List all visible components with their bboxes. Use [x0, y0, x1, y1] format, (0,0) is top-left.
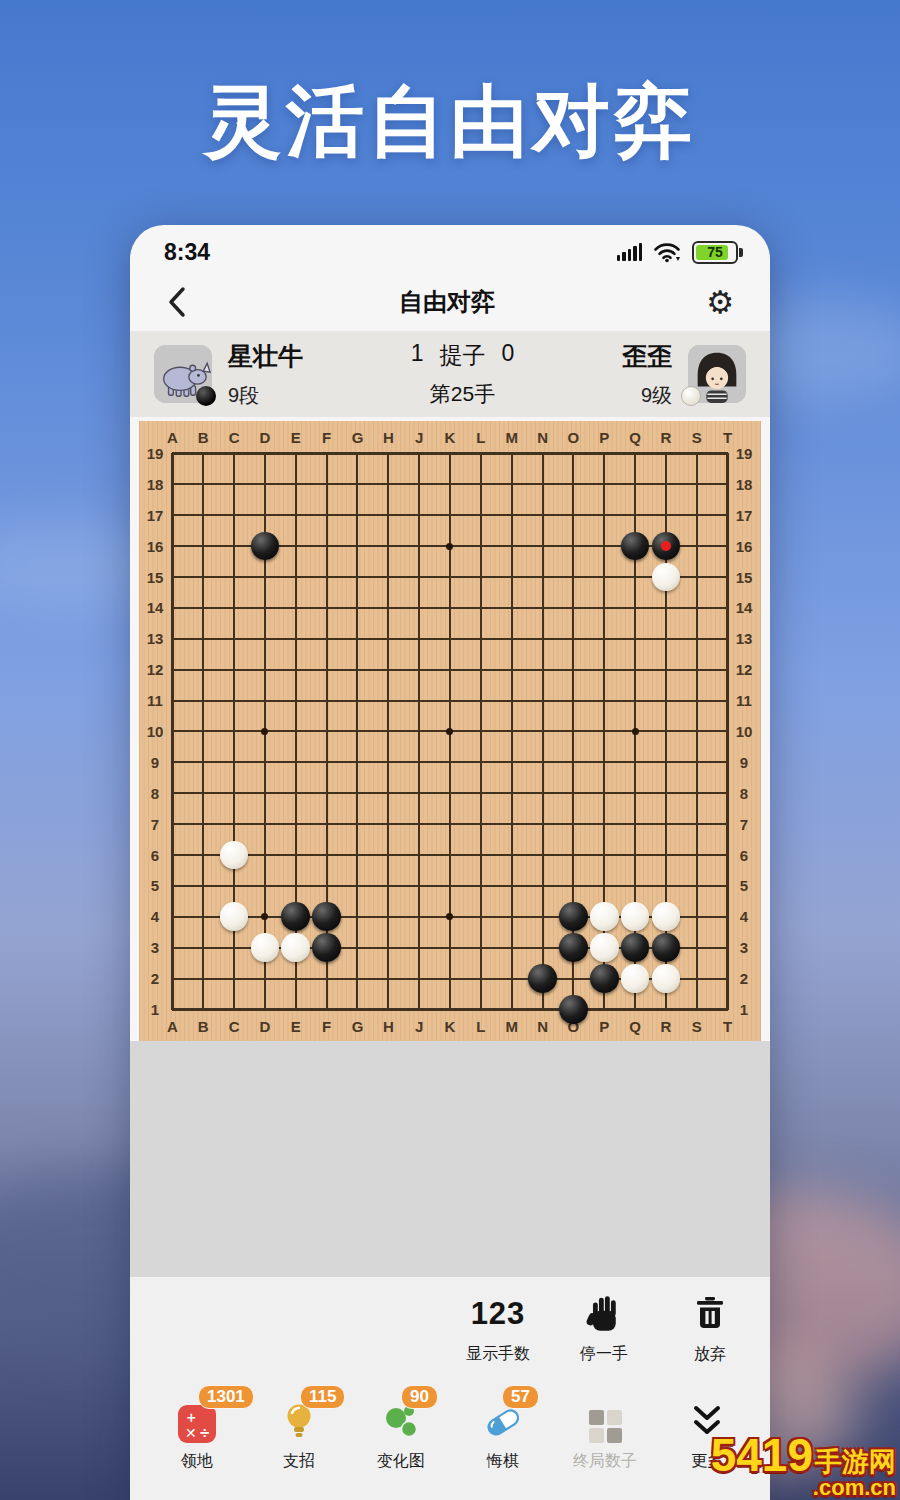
board-cell-E12[interactable] — [280, 654, 311, 685]
board-cell-L3[interactable] — [465, 932, 496, 963]
board-cell-K14[interactable] — [435, 592, 466, 623]
board-cell-K10[interactable] — [435, 716, 466, 747]
show-move-numbers-button[interactable]: 123 显示手数 — [448, 1291, 548, 1365]
board-cell-F12[interactable] — [311, 654, 342, 685]
board-cell-E7[interactable] — [280, 809, 311, 840]
board-cell-C3[interactable] — [219, 932, 250, 963]
board-cell-S19[interactable] — [681, 438, 712, 469]
territory-button[interactable]: ＋ ✕ ÷ 1301 领地 — [160, 1399, 234, 1472]
board-cell-H5[interactable] — [373, 871, 404, 902]
board-cell-S9[interactable] — [681, 747, 712, 778]
board-cell-N8[interactable] — [527, 778, 558, 809]
board-cell-A19[interactable] — [157, 438, 188, 469]
board-cell-L11[interactable] — [465, 685, 496, 716]
board-cell-F14[interactable] — [311, 592, 342, 623]
board-cell-C19[interactable] — [219, 438, 250, 469]
board-cell-J14[interactable] — [404, 592, 435, 623]
board-cell-K6[interactable] — [435, 840, 466, 871]
board-cell-C8[interactable] — [219, 778, 250, 809]
board-cell-Q12[interactable] — [620, 654, 651, 685]
board-cell-B11[interactable] — [188, 685, 219, 716]
board-cell-L8[interactable] — [465, 778, 496, 809]
board-cell-A12[interactable] — [157, 654, 188, 685]
board-cell-L15[interactable] — [465, 562, 496, 593]
board-cell-B17[interactable] — [188, 500, 219, 531]
board-cell-K12[interactable] — [435, 654, 466, 685]
board-cell-D8[interactable] — [250, 778, 281, 809]
board-cell-A10[interactable] — [157, 716, 188, 747]
board-cell-J10[interactable] — [404, 716, 435, 747]
board-cell-B16[interactable] — [188, 531, 219, 562]
board-cell-K16[interactable] — [435, 531, 466, 562]
board-cell-D10[interactable] — [250, 716, 281, 747]
board-cell-S1[interactable] — [681, 994, 712, 1025]
board-cell-O12[interactable] — [558, 654, 589, 685]
undo-button[interactable]: 57 悔棋 — [466, 1399, 540, 1472]
board-cell-C4[interactable] — [219, 901, 250, 932]
board-cell-P7[interactable] — [589, 809, 620, 840]
board-cell-B8[interactable] — [188, 778, 219, 809]
board-cell-J18[interactable] — [404, 469, 435, 500]
board-cell-G3[interactable] — [342, 932, 373, 963]
board-cell-E9[interactable] — [280, 747, 311, 778]
board-cell-T16[interactable] — [712, 531, 743, 562]
board-cell-K15[interactable] — [435, 562, 466, 593]
board-cell-T19[interactable] — [712, 438, 743, 469]
board-cell-C15[interactable] — [219, 562, 250, 593]
board-cell-J9[interactable] — [404, 747, 435, 778]
board-cell-O16[interactable] — [558, 531, 589, 562]
board-cell-F10[interactable] — [311, 716, 342, 747]
board-cell-J8[interactable] — [404, 778, 435, 809]
board-cell-K13[interactable] — [435, 623, 466, 654]
board-cell-R1[interactable] — [650, 994, 681, 1025]
board-cell-Q16[interactable] — [620, 531, 651, 562]
board-cell-Q5[interactable] — [620, 871, 651, 902]
board-cell-R8[interactable] — [650, 778, 681, 809]
board-cell-L2[interactable] — [465, 963, 496, 994]
board-cell-H17[interactable] — [373, 500, 404, 531]
board-cell-R12[interactable] — [650, 654, 681, 685]
board-cell-C7[interactable] — [219, 809, 250, 840]
board-cell-D2[interactable] — [250, 963, 281, 994]
board-cell-D5[interactable] — [250, 871, 281, 902]
board-cell-A1[interactable] — [157, 994, 188, 1025]
board-cell-F19[interactable] — [311, 438, 342, 469]
board-cell-A16[interactable] — [157, 531, 188, 562]
board-cell-L7[interactable] — [465, 809, 496, 840]
board-cell-T10[interactable] — [712, 716, 743, 747]
board-cell-O10[interactable] — [558, 716, 589, 747]
board-cell-H7[interactable] — [373, 809, 404, 840]
board-cell-M4[interactable] — [496, 901, 527, 932]
board-cell-Q3[interactable] — [620, 932, 651, 963]
board-cell-T13[interactable] — [712, 623, 743, 654]
board-cell-N16[interactable] — [527, 531, 558, 562]
board-cell-G11[interactable] — [342, 685, 373, 716]
board-cell-J17[interactable] — [404, 500, 435, 531]
board-cell-G19[interactable] — [342, 438, 373, 469]
board-cell-H15[interactable] — [373, 562, 404, 593]
board-cell-Q17[interactable] — [620, 500, 651, 531]
board-cell-L1[interactable] — [465, 994, 496, 1025]
board-cell-Q8[interactable] — [620, 778, 651, 809]
board-cell-G17[interactable] — [342, 500, 373, 531]
board-cell-O3[interactable] — [558, 932, 589, 963]
board-cell-H2[interactable] — [373, 963, 404, 994]
pass-button[interactable]: 停一手 — [554, 1291, 654, 1365]
board-cell-C18[interactable] — [219, 469, 250, 500]
board-cell-B12[interactable] — [188, 654, 219, 685]
board-cell-P11[interactable] — [589, 685, 620, 716]
board-cell-J19[interactable] — [404, 438, 435, 469]
board-cell-O5[interactable] — [558, 871, 589, 902]
board-cell-E10[interactable] — [280, 716, 311, 747]
board-cell-B14[interactable] — [188, 592, 219, 623]
board-cell-J11[interactable] — [404, 685, 435, 716]
board-cell-P19[interactable] — [589, 438, 620, 469]
board-cell-F8[interactable] — [311, 778, 342, 809]
board-cell-L6[interactable] — [465, 840, 496, 871]
board-cell-Q9[interactable] — [620, 747, 651, 778]
board-cell-D7[interactable] — [250, 809, 281, 840]
board-cell-H11[interactable] — [373, 685, 404, 716]
board-cell-P4[interactable] — [589, 901, 620, 932]
board-cell-R13[interactable] — [650, 623, 681, 654]
board-cell-L9[interactable] — [465, 747, 496, 778]
board-cell-C14[interactable] — [219, 592, 250, 623]
board-cell-S2[interactable] — [681, 963, 712, 994]
board-cell-D12[interactable] — [250, 654, 281, 685]
board-cell-O13[interactable] — [558, 623, 589, 654]
board-cell-M16[interactable] — [496, 531, 527, 562]
board-cell-D16[interactable] — [250, 531, 281, 562]
board-cell-H18[interactable] — [373, 469, 404, 500]
board-cell-K18[interactable] — [435, 469, 466, 500]
board-cell-N11[interactable] — [527, 685, 558, 716]
board-cell-B19[interactable] — [188, 438, 219, 469]
board-cell-G4[interactable] — [342, 901, 373, 932]
board-cell-N19[interactable] — [527, 438, 558, 469]
board-cell-L18[interactable] — [465, 469, 496, 500]
board-cell-S4[interactable] — [681, 901, 712, 932]
board-cell-S7[interactable] — [681, 809, 712, 840]
board-cell-M8[interactable] — [496, 778, 527, 809]
board-cell-M12[interactable] — [496, 654, 527, 685]
board-cell-M3[interactable] — [496, 932, 527, 963]
board-cell-M19[interactable] — [496, 438, 527, 469]
board-cell-H14[interactable] — [373, 592, 404, 623]
board-cell-N6[interactable] — [527, 840, 558, 871]
board-cell-K17[interactable] — [435, 500, 466, 531]
board-cell-R9[interactable] — [650, 747, 681, 778]
board-cell-N2[interactable] — [527, 963, 558, 994]
board-cell-N18[interactable] — [527, 469, 558, 500]
board-cell-E16[interactable] — [280, 531, 311, 562]
board-cell-P15[interactable] — [589, 562, 620, 593]
board-cell-R11[interactable] — [650, 685, 681, 716]
board-cell-O9[interactable] — [558, 747, 589, 778]
variation-button[interactable]: 90 变化图 — [364, 1399, 438, 1472]
board-cell-P1[interactable] — [589, 994, 620, 1025]
board-cell-S14[interactable] — [681, 592, 712, 623]
board-cell-O15[interactable] — [558, 562, 589, 593]
board-cell-D14[interactable] — [250, 592, 281, 623]
board-cell-T7[interactable] — [712, 809, 743, 840]
board-cell-D17[interactable] — [250, 500, 281, 531]
board-cell-E14[interactable] — [280, 592, 311, 623]
board-cell-H1[interactable] — [373, 994, 404, 1025]
board-cell-C5[interactable] — [219, 871, 250, 902]
board-cell-F7[interactable] — [311, 809, 342, 840]
board-cell-C13[interactable] — [219, 623, 250, 654]
board-cell-B1[interactable] — [188, 994, 219, 1025]
board-cell-B18[interactable] — [188, 469, 219, 500]
board-cell-E3[interactable] — [280, 932, 311, 963]
board-cell-F5[interactable] — [311, 871, 342, 902]
board-cell-P2[interactable] — [589, 963, 620, 994]
board-cell-K11[interactable] — [435, 685, 466, 716]
board-cell-C9[interactable] — [219, 747, 250, 778]
board-cell-P9[interactable] — [589, 747, 620, 778]
board-cell-K5[interactable] — [435, 871, 466, 902]
board-cell-C2[interactable] — [219, 963, 250, 994]
board-cell-O18[interactable] — [558, 469, 589, 500]
board-cell-S17[interactable] — [681, 500, 712, 531]
board-cell-D11[interactable] — [250, 685, 281, 716]
board-cell-M7[interactable] — [496, 809, 527, 840]
board-cell-A18[interactable] — [157, 469, 188, 500]
board-cell-Q18[interactable] — [620, 469, 651, 500]
board-cell-G10[interactable] — [342, 716, 373, 747]
board-cell-L12[interactable] — [465, 654, 496, 685]
board-cell-S3[interactable] — [681, 932, 712, 963]
board-cell-D15[interactable] — [250, 562, 281, 593]
board-cell-R3[interactable] — [650, 932, 681, 963]
board-cell-C10[interactable] — [219, 716, 250, 747]
board-cell-F1[interactable] — [311, 994, 342, 1025]
board-cell-O7[interactable] — [558, 809, 589, 840]
board-cell-T14[interactable] — [712, 592, 743, 623]
board-cell-L10[interactable] — [465, 716, 496, 747]
board-cell-C11[interactable] — [219, 685, 250, 716]
board-cell-M5[interactable] — [496, 871, 527, 902]
resign-button[interactable]: 放弃 — [660, 1291, 760, 1365]
board-cell-N10[interactable] — [527, 716, 558, 747]
board-cell-G14[interactable] — [342, 592, 373, 623]
board-cell-A13[interactable] — [157, 623, 188, 654]
board-cell-O1[interactable] — [558, 994, 589, 1025]
board-cell-D9[interactable] — [250, 747, 281, 778]
board-cell-J16[interactable] — [404, 531, 435, 562]
board-cell-F15[interactable] — [311, 562, 342, 593]
board-cell-A8[interactable] — [157, 778, 188, 809]
board-cell-F3[interactable] — [311, 932, 342, 963]
board-cell-G5[interactable] — [342, 871, 373, 902]
board-cell-H13[interactable] — [373, 623, 404, 654]
board-cell-R6[interactable] — [650, 840, 681, 871]
board-cell-R19[interactable] — [650, 438, 681, 469]
board-cell-R5[interactable] — [650, 871, 681, 902]
board-cell-C6[interactable] — [219, 840, 250, 871]
board-cell-T12[interactable] — [712, 654, 743, 685]
board-cell-B6[interactable] — [188, 840, 219, 871]
board-cell-L19[interactable] — [465, 438, 496, 469]
board-cell-P5[interactable] — [589, 871, 620, 902]
board-cell-A14[interactable] — [157, 592, 188, 623]
board-cell-Q1[interactable] — [620, 994, 651, 1025]
board-cell-T9[interactable] — [712, 747, 743, 778]
board-cell-J13[interactable] — [404, 623, 435, 654]
board-cell-D1[interactable] — [250, 994, 281, 1025]
board-cell-O6[interactable] — [558, 840, 589, 871]
board-cell-N1[interactable] — [527, 994, 558, 1025]
board-cell-F11[interactable] — [311, 685, 342, 716]
board-cell-A2[interactable] — [157, 963, 188, 994]
board-cell-E11[interactable] — [280, 685, 311, 716]
board-cell-F17[interactable] — [311, 500, 342, 531]
board-cell-P6[interactable] — [589, 840, 620, 871]
board-cell-N14[interactable] — [527, 592, 558, 623]
board-cell-M14[interactable] — [496, 592, 527, 623]
board-cell-Q11[interactable] — [620, 685, 651, 716]
board-cell-M17[interactable] — [496, 500, 527, 531]
board-cell-R15[interactable] — [650, 562, 681, 593]
board-cell-N12[interactable] — [527, 654, 558, 685]
board-cell-K1[interactable] — [435, 994, 466, 1025]
board-cell-L4[interactable] — [465, 901, 496, 932]
board-cell-T5[interactable] — [712, 871, 743, 902]
board-cell-B9[interactable] — [188, 747, 219, 778]
board-cell-C16[interactable] — [219, 531, 250, 562]
board-cell-Q4[interactable] — [620, 901, 651, 932]
board-cell-M18[interactable] — [496, 469, 527, 500]
board-cell-O11[interactable] — [558, 685, 589, 716]
board-cell-P10[interactable] — [589, 716, 620, 747]
board-cell-M10[interactable] — [496, 716, 527, 747]
board-cell-D3[interactable] — [250, 932, 281, 963]
board-cell-J7[interactable] — [404, 809, 435, 840]
board-cell-G18[interactable] — [342, 469, 373, 500]
board-cell-O2[interactable] — [558, 963, 589, 994]
board-cell-J1[interactable] — [404, 994, 435, 1025]
board-cell-M11[interactable] — [496, 685, 527, 716]
board-cell-G9[interactable] — [342, 747, 373, 778]
board-cell-L5[interactable] — [465, 871, 496, 902]
board-cell-A9[interactable] — [157, 747, 188, 778]
board-cell-K19[interactable] — [435, 438, 466, 469]
board-cell-L13[interactable] — [465, 623, 496, 654]
board-cell-G1[interactable] — [342, 994, 373, 1025]
board-cell-N13[interactable] — [527, 623, 558, 654]
board-cell-T18[interactable] — [712, 469, 743, 500]
board-cell-O19[interactable] — [558, 438, 589, 469]
board-cell-N4[interactable] — [527, 901, 558, 932]
board-cell-N9[interactable] — [527, 747, 558, 778]
board-cell-P8[interactable] — [589, 778, 620, 809]
board-cell-A7[interactable] — [157, 809, 188, 840]
board-cell-H12[interactable] — [373, 654, 404, 685]
board-cell-N7[interactable] — [527, 809, 558, 840]
board-cell-T11[interactable] — [712, 685, 743, 716]
board-cell-A6[interactable] — [157, 840, 188, 871]
board-cell-T6[interactable] — [712, 840, 743, 871]
board-cell-P13[interactable] — [589, 623, 620, 654]
board-cell-A4[interactable] — [157, 901, 188, 932]
board-cell-M15[interactable] — [496, 562, 527, 593]
board-cell-Q19[interactable] — [620, 438, 651, 469]
board-cell-K2[interactable] — [435, 963, 466, 994]
board-cell-S8[interactable] — [681, 778, 712, 809]
board-cell-D6[interactable] — [250, 840, 281, 871]
board-cell-G7[interactable] — [342, 809, 373, 840]
board-cell-E17[interactable] — [280, 500, 311, 531]
board-cell-N15[interactable] — [527, 562, 558, 593]
board-cell-F6[interactable] — [311, 840, 342, 871]
board-cell-N3[interactable] — [527, 932, 558, 963]
board-cell-J5[interactable] — [404, 871, 435, 902]
board-cell-P18[interactable] — [589, 469, 620, 500]
board-cell-Q14[interactable] — [620, 592, 651, 623]
board-cell-B4[interactable] — [188, 901, 219, 932]
board-cell-M9[interactable] — [496, 747, 527, 778]
board-cell-R10[interactable] — [650, 716, 681, 747]
board-cell-F9[interactable] — [311, 747, 342, 778]
board-cell-K9[interactable] — [435, 747, 466, 778]
board-cell-H4[interactable] — [373, 901, 404, 932]
board-cell-T1[interactable] — [712, 994, 743, 1025]
board-cell-R18[interactable] — [650, 469, 681, 500]
board-cell-K3[interactable] — [435, 932, 466, 963]
board-cell-R2[interactable] — [650, 963, 681, 994]
board-cell-L17[interactable] — [465, 500, 496, 531]
board-cell-E15[interactable] — [280, 562, 311, 593]
board-cell-H16[interactable] — [373, 531, 404, 562]
board-cell-G13[interactable] — [342, 623, 373, 654]
board-cell-A11[interactable] — [157, 685, 188, 716]
board-cell-K7[interactable] — [435, 809, 466, 840]
board-cell-O8[interactable] — [558, 778, 589, 809]
board-cell-P14[interactable] — [589, 592, 620, 623]
board-cell-E6[interactable] — [280, 840, 311, 871]
board-cell-B3[interactable] — [188, 932, 219, 963]
board-cell-L14[interactable] — [465, 592, 496, 623]
board-cell-R4[interactable] — [650, 901, 681, 932]
board-cell-E8[interactable] — [280, 778, 311, 809]
board-cell-S12[interactable] — [681, 654, 712, 685]
board-cell-T8[interactable] — [712, 778, 743, 809]
board-cell-J3[interactable] — [404, 932, 435, 963]
board-cell-C17[interactable] — [219, 500, 250, 531]
board-cell-G8[interactable] — [342, 778, 373, 809]
board-cell-N5[interactable] — [527, 871, 558, 902]
board-cell-O17[interactable] — [558, 500, 589, 531]
board-cell-R7[interactable] — [650, 809, 681, 840]
board-cell-E13[interactable] — [280, 623, 311, 654]
hint-button[interactable]: 115 支招 — [262, 1399, 336, 1472]
board-cell-P16[interactable] — [589, 531, 620, 562]
board-cell-R17[interactable] — [650, 500, 681, 531]
board-cell-S18[interactable] — [681, 469, 712, 500]
board-cell-A3[interactable] — [157, 932, 188, 963]
board-cell-H19[interactable] — [373, 438, 404, 469]
board-cell-T15[interactable] — [712, 562, 743, 593]
board-cell-D18[interactable] — [250, 469, 281, 500]
board-cell-M2[interactable] — [496, 963, 527, 994]
board-cell-F13[interactable] — [311, 623, 342, 654]
board-cell-F2[interactable] — [311, 963, 342, 994]
board-cell-S6[interactable] — [681, 840, 712, 871]
